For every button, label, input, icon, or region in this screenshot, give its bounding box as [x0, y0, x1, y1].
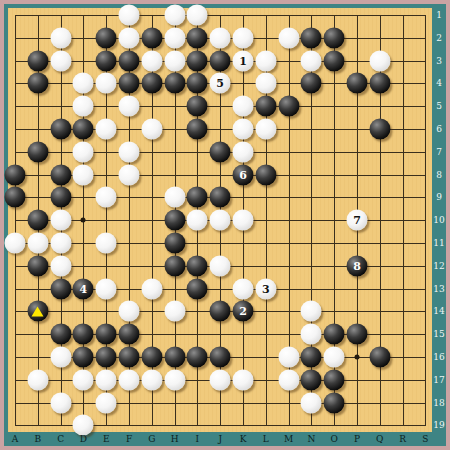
row-label-15: 15: [433, 329, 444, 339]
black-stone-M5[interactable]: [278, 96, 299, 117]
black-stone-E15[interactable]: [96, 324, 117, 345]
white-stone-D7[interactable]: [73, 141, 94, 162]
white-stone-L4[interactable]: [255, 73, 276, 94]
black-stone-N2[interactable]: [301, 27, 322, 48]
black-stone-F3[interactable]: [119, 50, 140, 71]
row-label-11: 11: [433, 238, 444, 248]
white-stone-C18[interactable]: [50, 392, 71, 413]
white-stone-D17[interactable]: [73, 369, 94, 390]
column-label-G: G: [148, 434, 155, 444]
white-stone-C2[interactable]: [50, 27, 71, 48]
go-board-screenshot: 15678432 ABCDEFGHIJKLMNOPQRS123456789101…: [0, 0, 450, 450]
black-stone-H11[interactable]: [164, 233, 185, 254]
row-label-19: 19: [433, 420, 444, 430]
column-label-S: S: [422, 434, 428, 444]
white-stone-L3[interactable]: [255, 50, 276, 71]
white-stone-D19[interactable]: [73, 415, 94, 436]
black-stone-I6[interactable]: [187, 119, 208, 140]
black-stone-I5[interactable]: [187, 96, 208, 117]
white-stone-E11[interactable]: [96, 233, 117, 254]
column-label-R: R: [399, 434, 406, 444]
black-stone-D13[interactable]: 4: [73, 278, 94, 299]
white-stone-K13[interactable]: [233, 278, 254, 299]
black-stone-I12[interactable]: [187, 255, 208, 276]
black-stone-D16[interactable]: [73, 347, 94, 368]
black-stone-Q4[interactable]: [369, 73, 390, 94]
black-stone-C8[interactable]: [50, 164, 71, 185]
white-stone-P10[interactable]: 7: [347, 210, 368, 231]
black-stone-B10[interactable]: [27, 210, 48, 231]
black-stone-G2[interactable]: [141, 27, 162, 48]
white-stone-H9[interactable]: [164, 187, 185, 208]
black-stone-I13[interactable]: [187, 278, 208, 299]
black-stone-L5[interactable]: [255, 96, 276, 117]
move-number-label: 2: [239, 306, 247, 317]
black-stone-J14[interactable]: [210, 301, 231, 322]
black-stone-F16[interactable]: [119, 347, 140, 368]
white-stone-N15[interactable]: [301, 324, 322, 345]
white-stone-N18[interactable]: [301, 392, 322, 413]
move-number-label: 5: [216, 78, 224, 89]
white-stone-M2[interactable]: [278, 27, 299, 48]
white-stone-G3[interactable]: [141, 50, 162, 71]
white-stone-C3[interactable]: [50, 50, 71, 71]
column-label-B: B: [34, 434, 41, 444]
black-stone-H12[interactable]: [164, 255, 185, 276]
row-label-2: 2: [436, 33, 442, 43]
white-stone-J10[interactable]: [210, 210, 231, 231]
grid-line-h: [15, 243, 426, 244]
white-stone-G17[interactable]: [141, 369, 162, 390]
white-stone-O16[interactable]: [324, 347, 345, 368]
column-label-O: O: [330, 434, 337, 444]
black-stone-O18[interactable]: [324, 392, 345, 413]
white-stone-F17[interactable]: [119, 369, 140, 390]
white-stone-E9[interactable]: [96, 187, 117, 208]
white-stone-D5[interactable]: [73, 96, 94, 117]
white-stone-H2[interactable]: [164, 27, 185, 48]
column-label-A: A: [12, 434, 19, 444]
black-stone-D15[interactable]: [73, 324, 94, 345]
white-stone-D8[interactable]: [73, 164, 94, 185]
black-stone-B3[interactable]: [27, 50, 48, 71]
black-stone-G4[interactable]: [141, 73, 162, 94]
white-stone-C12[interactable]: [50, 255, 71, 276]
black-stone-O17[interactable]: [324, 369, 345, 390]
black-stone-N17[interactable]: [301, 369, 322, 390]
black-stone-E2[interactable]: [96, 27, 117, 48]
grid-line-v: [425, 15, 426, 426]
white-stone-F2[interactable]: [119, 27, 140, 48]
move-number-label: 4: [80, 283, 88, 294]
black-stone-K14[interactable]: 2: [233, 301, 254, 322]
triangle-marker: [32, 306, 44, 316]
white-stone-K10[interactable]: [233, 210, 254, 231]
move-number-label: 7: [353, 215, 361, 226]
black-stone-C9[interactable]: [50, 187, 71, 208]
black-stone-B14[interactable]: [27, 301, 48, 322]
black-stone-H16[interactable]: [164, 347, 185, 368]
white-stone-K2[interactable]: [233, 27, 254, 48]
black-stone-Q16[interactable]: [369, 347, 390, 368]
white-stone-H17[interactable]: [164, 369, 185, 390]
white-stone-F8[interactable]: [119, 164, 140, 185]
white-stone-E4[interactable]: [96, 73, 117, 94]
black-stone-J9[interactable]: [210, 187, 231, 208]
white-stone-J12[interactable]: [210, 255, 231, 276]
white-stone-E13[interactable]: [96, 278, 117, 299]
white-stone-K3[interactable]: 1: [233, 50, 254, 71]
column-label-J: J: [218, 434, 222, 444]
column-label-N: N: [307, 434, 315, 444]
white-stone-E6[interactable]: [96, 119, 117, 140]
column-label-L: L: [263, 434, 269, 444]
grid-line-h: [15, 403, 426, 404]
move-number-label: 8: [353, 260, 361, 271]
move-number-label: 1: [239, 55, 247, 66]
white-stone-K17[interactable]: [233, 369, 254, 390]
white-stone-J17[interactable]: [210, 369, 231, 390]
column-label-E: E: [103, 434, 110, 444]
row-label-18: 18: [433, 398, 444, 408]
column-label-C: C: [57, 434, 64, 444]
row-label-4: 4: [436, 78, 442, 88]
white-stone-I1[interactable]: [187, 5, 208, 26]
white-stone-B11[interactable]: [27, 233, 48, 254]
white-stone-K5[interactable]: [233, 96, 254, 117]
black-stone-E3[interactable]: [96, 50, 117, 71]
black-stone-A8[interactable]: [5, 164, 26, 185]
black-stone-N16[interactable]: [301, 347, 322, 368]
white-stone-D4[interactable]: [73, 73, 94, 94]
white-stone-K7[interactable]: [233, 141, 254, 162]
black-stone-F4[interactable]: [119, 73, 140, 94]
black-stone-H10[interactable]: [164, 210, 185, 231]
white-stone-K6[interactable]: [233, 119, 254, 140]
column-label-P: P: [354, 434, 360, 444]
row-label-14: 14: [433, 306, 444, 316]
row-label-5: 5: [436, 101, 442, 111]
black-stone-O15[interactable]: [324, 324, 345, 345]
row-label-7: 7: [436, 147, 442, 157]
black-stone-H4[interactable]: [164, 73, 185, 94]
white-stone-M17[interactable]: [278, 369, 299, 390]
white-stone-J4[interactable]: 5: [210, 73, 231, 94]
move-number-label: 3: [262, 283, 270, 294]
black-stone-O3[interactable]: [324, 50, 345, 71]
row-label-6: 6: [436, 124, 442, 134]
white-stone-N14[interactable]: [301, 301, 322, 322]
white-stone-L13[interactable]: 3: [255, 278, 276, 299]
black-stone-I4[interactable]: [187, 73, 208, 94]
white-stone-F1[interactable]: [119, 5, 140, 26]
row-label-10: 10: [433, 215, 444, 225]
white-stone-B17[interactable]: [27, 369, 48, 390]
row-label-13: 13: [433, 284, 444, 294]
black-stone-B7[interactable]: [27, 141, 48, 162]
white-stone-E17[interactable]: [96, 369, 117, 390]
white-stone-C11[interactable]: [50, 233, 71, 254]
white-stone-N3[interactable]: [301, 50, 322, 71]
white-stone-H1[interactable]: [164, 5, 185, 26]
column-label-Q: Q: [376, 434, 383, 444]
column-label-H: H: [171, 434, 179, 444]
row-label-1: 1: [436, 10, 442, 20]
white-stone-C10[interactable]: [50, 210, 71, 231]
black-stone-G16[interactable]: [141, 347, 162, 368]
black-stone-C15[interactable]: [50, 324, 71, 345]
black-stone-B4[interactable]: [27, 73, 48, 94]
white-stone-G13[interactable]: [141, 278, 162, 299]
white-stone-F14[interactable]: [119, 301, 140, 322]
column-label-D: D: [80, 434, 87, 444]
black-stone-E16[interactable]: [96, 347, 117, 368]
column-label-K: K: [240, 434, 247, 444]
black-stone-K8[interactable]: 6: [233, 164, 254, 185]
white-stone-M16[interactable]: [278, 347, 299, 368]
column-label-M: M: [284, 434, 293, 444]
black-stone-Q6[interactable]: [369, 119, 390, 140]
row-label-17: 17: [433, 375, 444, 385]
white-stone-J2[interactable]: [210, 27, 231, 48]
row-label-12: 12: [433, 261, 444, 271]
black-stone-B12[interactable]: [27, 255, 48, 276]
black-stone-J16[interactable]: [210, 347, 231, 368]
black-stone-J7[interactable]: [210, 141, 231, 162]
column-label-F: F: [126, 434, 132, 444]
black-stone-D6[interactable]: [73, 119, 94, 140]
black-stone-P4[interactable]: [347, 73, 368, 94]
black-stone-A9[interactable]: [5, 187, 26, 208]
black-stone-O2[interactable]: [324, 27, 345, 48]
row-label-3: 3: [436, 56, 442, 66]
column-label-I: I: [196, 434, 200, 444]
grid-line-v: [403, 15, 404, 426]
black-stone-I16[interactable]: [187, 347, 208, 368]
black-stone-I2[interactable]: [187, 27, 208, 48]
white-stone-G6[interactable]: [141, 119, 162, 140]
black-stone-P15[interactable]: [347, 324, 368, 345]
white-stone-Q3[interactable]: [369, 50, 390, 71]
row-label-16: 16: [433, 352, 444, 362]
star-point: [81, 218, 86, 223]
black-stone-C13[interactable]: [50, 278, 71, 299]
black-stone-F15[interactable]: [119, 324, 140, 345]
black-stone-N4[interactable]: [301, 73, 322, 94]
white-stone-F7[interactable]: [119, 141, 140, 162]
star-point: [355, 355, 360, 360]
black-stone-J3[interactable]: [210, 50, 231, 71]
black-stone-I9[interactable]: [187, 187, 208, 208]
white-stone-L6[interactable]: [255, 119, 276, 140]
row-label-8: 8: [436, 170, 442, 180]
move-number-label: 6: [239, 169, 247, 180]
row-label-9: 9: [436, 192, 442, 202]
black-stone-C6[interactable]: [50, 119, 71, 140]
white-stone-A11[interactable]: [5, 233, 26, 254]
black-stone-I3[interactable]: [187, 50, 208, 71]
black-stone-P12[interactable]: 8: [347, 255, 368, 276]
white-stone-H3[interactable]: [164, 50, 185, 71]
white-stone-F5[interactable]: [119, 96, 140, 117]
white-stone-I10[interactable]: [187, 210, 208, 231]
white-stone-H14[interactable]: [164, 301, 185, 322]
white-stone-E18[interactable]: [96, 392, 117, 413]
white-stone-C16[interactable]: [50, 347, 71, 368]
black-stone-L8[interactable]: [255, 164, 276, 185]
